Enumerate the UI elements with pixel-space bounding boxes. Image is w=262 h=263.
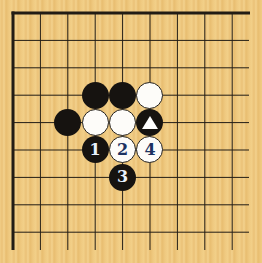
stone-black-C15: [54, 109, 81, 136]
move-number-label: 2: [117, 141, 128, 157]
stone-black-E16: [109, 82, 136, 109]
stone-white-F14-move-4: 4: [136, 136, 163, 163]
stone-white-E15: [109, 109, 136, 136]
move-number-label: 3: [117, 169, 128, 185]
stone-white-F16: [136, 82, 163, 109]
move-number-label: 4: [144, 141, 155, 157]
stone-black-D14-move-1: 1: [82, 136, 109, 163]
stone-black-F15-triangle-marked: [136, 109, 163, 136]
stone-black-E13-move-3: 3: [109, 164, 136, 191]
triangle-marker-icon: [142, 116, 158, 129]
stone-white-D15: [82, 109, 109, 136]
stone-white-E14-move-2: 2: [109, 136, 136, 163]
stones-layer: 1243: [0, 0, 246, 246]
stone-black-D16: [82, 82, 109, 109]
move-number-label: 1: [90, 141, 101, 157]
go-board-diagram[interactable]: 1243: [0, 0, 262, 263]
